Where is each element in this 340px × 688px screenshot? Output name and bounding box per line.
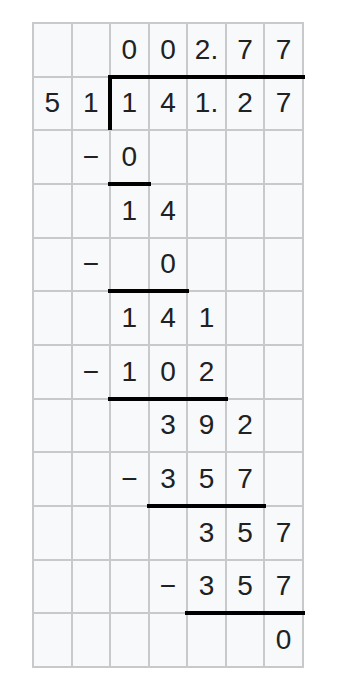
grid-cell bbox=[187, 184, 226, 238]
grid-cell bbox=[72, 452, 111, 506]
grid-cell bbox=[72, 291, 111, 345]
grid-cell bbox=[264, 399, 303, 453]
grid-cell: 1 bbox=[110, 291, 149, 345]
grid-cell bbox=[33, 238, 72, 292]
grid-cell: 7 bbox=[264, 560, 303, 614]
grid-cell bbox=[33, 399, 72, 453]
grid-cell bbox=[226, 238, 265, 292]
grid-cell: 1 bbox=[110, 184, 149, 238]
grid-cell: 3 bbox=[187, 560, 226, 614]
grid-cell bbox=[33, 23, 72, 77]
grid-cell bbox=[33, 184, 72, 238]
grid-cell: − bbox=[72, 345, 111, 399]
long-division-diagram: 002.7751141.27−014−0141−102392−357357−35… bbox=[0, 0, 340, 688]
grid-cell bbox=[33, 452, 72, 506]
grid-cell bbox=[264, 184, 303, 238]
grid-cell bbox=[226, 345, 265, 399]
grid-cell bbox=[33, 560, 72, 614]
grid-cell bbox=[264, 238, 303, 292]
grid-cell: 0 bbox=[149, 345, 188, 399]
grid-cell: 3 bbox=[187, 506, 226, 560]
grid-cell: 5 bbox=[33, 77, 72, 131]
grid-cell bbox=[226, 613, 265, 667]
grid-cell bbox=[33, 291, 72, 345]
grid-cell: 1 bbox=[110, 77, 149, 131]
grid-cell bbox=[226, 130, 265, 184]
grid-cell: 0 bbox=[149, 23, 188, 77]
grid-cell: 7 bbox=[226, 23, 265, 77]
grid-cell bbox=[110, 399, 149, 453]
grid-cell bbox=[33, 613, 72, 667]
grid-cell: 4 bbox=[149, 184, 188, 238]
grid-cell: 5 bbox=[226, 560, 265, 614]
grid-cell bbox=[110, 613, 149, 667]
grid-cell bbox=[72, 560, 111, 614]
grid-cell bbox=[264, 345, 303, 399]
grid-cell: 4 bbox=[149, 291, 188, 345]
grid-cell bbox=[226, 291, 265, 345]
grid-cell bbox=[187, 238, 226, 292]
grid-cell bbox=[149, 613, 188, 667]
grid-cell: 2 bbox=[226, 77, 265, 131]
grid-cell bbox=[72, 613, 111, 667]
grid-cell bbox=[264, 291, 303, 345]
grid-cell bbox=[149, 506, 188, 560]
grid-cell bbox=[187, 130, 226, 184]
grid-cell: 0 bbox=[110, 23, 149, 77]
grid-cell bbox=[264, 452, 303, 506]
grid-cell: − bbox=[149, 560, 188, 614]
grid-cell: 0 bbox=[149, 238, 188, 292]
grid-cell: − bbox=[72, 130, 111, 184]
grid-cell: 2 bbox=[226, 399, 265, 453]
grid-cell: − bbox=[72, 238, 111, 292]
grid-cell bbox=[110, 506, 149, 560]
grid-cell: 9 bbox=[187, 399, 226, 453]
grid-cell bbox=[72, 184, 111, 238]
grid-cell bbox=[110, 560, 149, 614]
grid-cell: 5 bbox=[226, 506, 265, 560]
grid-cell: 1 bbox=[72, 77, 111, 131]
grid-cell: 0 bbox=[264, 613, 303, 667]
grid-cell bbox=[187, 613, 226, 667]
grid-cell bbox=[72, 399, 111, 453]
grid-cell: 5 bbox=[187, 452, 226, 506]
grid-cell bbox=[33, 506, 72, 560]
division-grid: 002.7751141.27−014−0141−102392−357357−35… bbox=[32, 22, 304, 668]
grid-cell: 2. bbox=[187, 23, 226, 77]
grid-cell: 7 bbox=[264, 506, 303, 560]
grid-cell: − bbox=[110, 452, 149, 506]
grid-cell: 1. bbox=[187, 77, 226, 131]
grid-cell: 7 bbox=[264, 77, 303, 131]
grid-cell: 7 bbox=[264, 23, 303, 77]
grid-cell: 3 bbox=[149, 452, 188, 506]
grid-cell bbox=[149, 130, 188, 184]
grid-cell: 1 bbox=[110, 345, 149, 399]
grid-cell bbox=[264, 130, 303, 184]
grid-cell bbox=[72, 23, 111, 77]
grid-cell: 7 bbox=[226, 452, 265, 506]
grid-cell bbox=[226, 184, 265, 238]
grid-cell: 0 bbox=[110, 130, 149, 184]
grid-cell bbox=[72, 506, 111, 560]
grid-cell: 4 bbox=[149, 77, 188, 131]
grid-cell: 2 bbox=[187, 345, 226, 399]
grid-cell: 3 bbox=[149, 399, 188, 453]
grid-cell bbox=[33, 130, 72, 184]
grid-cell bbox=[110, 238, 149, 292]
grid-cell bbox=[33, 345, 72, 399]
grid-cell: 1 bbox=[187, 291, 226, 345]
